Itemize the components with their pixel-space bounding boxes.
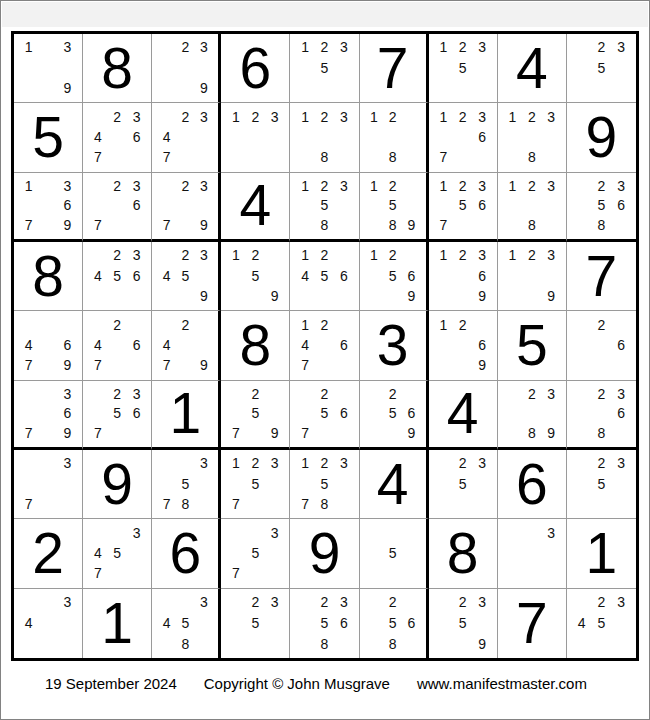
- pencil-mark-slot-2: 2: [246, 384, 265, 404]
- pencil-mark-slot-4: [295, 127, 314, 147]
- cell-r7c3[interactable]: 3578: [152, 450, 221, 519]
- pencil-mark-slot-4: [226, 543, 245, 563]
- cell-r2c8[interactable]: 1238: [498, 103, 567, 172]
- pencil-mark-slot-3: 3: [265, 522, 284, 542]
- pencil-mark-slot-8: [107, 563, 126, 583]
- cell-r8c6[interactable]: 5: [360, 519, 429, 588]
- pencil-mark-slot-1: [226, 592, 245, 613]
- pencil-mark-slot-2: 2: [315, 314, 334, 334]
- cell-r4c8[interactable]: 1239: [498, 242, 567, 311]
- cell-r1c9[interactable]: 235: [567, 34, 636, 103]
- pencil-mark-slot-9: [334, 78, 353, 98]
- pencil-mark-slot-2: [383, 522, 402, 542]
- pencil-mark-slot-8: [383, 286, 402, 306]
- pencil-mark-slot-7: [434, 633, 453, 654]
- cell-r6c2[interactable]: 23567: [83, 381, 152, 450]
- cell-r7c8[interactable]: 6: [498, 450, 567, 519]
- pencil-mark-slot-1: [157, 176, 176, 196]
- pencil-mark-slot-6: [265, 403, 284, 423]
- cell-r8c1[interactable]: 2: [14, 519, 83, 588]
- cell-r4c6[interactable]: 12569: [360, 242, 429, 311]
- pencil-mark-slot-9: 9: [195, 355, 214, 375]
- cell-r5c9[interactable]: 26: [567, 311, 636, 380]
- puzzle-page: 1398239612357123542355234672347123123812…: [0, 0, 650, 720]
- pencil-mark-slot-4: [434, 335, 453, 355]
- pencil-mark-slot-7: [434, 494, 453, 514]
- pencil-mark-slot-5: 5: [383, 403, 402, 423]
- cell-r8c5[interactable]: 9: [290, 519, 359, 588]
- pencil-mark-slot-9: [402, 633, 421, 654]
- pencil-mark-slot-7: 7: [157, 215, 176, 235]
- pencil-mark-slot-8: 8: [315, 494, 334, 514]
- cell-r6c8[interactable]: 2389: [498, 381, 567, 450]
- pencil-mark-slot-1: [434, 592, 453, 613]
- pencil-mark-slot-8: [38, 423, 57, 443]
- pencil-mark-slot-4: [572, 335, 592, 355]
- cell-r3c3[interactable]: 2379: [152, 173, 221, 242]
- pencil-mark-slot-9: [334, 633, 353, 654]
- pencil-mark-slot-8: [176, 355, 195, 375]
- pencil-mark-slot-6: [265, 265, 284, 285]
- pencil-mark-slot-4: [572, 195, 592, 215]
- pencil-mark-slot-2: 2: [453, 245, 472, 265]
- cell-r5c1[interactable]: 4679: [14, 311, 83, 380]
- cell-r2c7[interactable]: 12367: [429, 103, 498, 172]
- pencil-marks: 34: [14, 589, 82, 658]
- pencil-mark-slot-2: 2: [453, 106, 472, 126]
- pencil-mark-slot-7: [157, 78, 176, 98]
- cell-r1c6[interactable]: 7: [360, 34, 429, 103]
- cell-r9c2[interactable]: 1: [83, 589, 152, 658]
- pencil-mark-slot-7: 7: [19, 215, 38, 235]
- pencil-mark-slot-6: [402, 127, 421, 147]
- pencil-mark-slot-6: [334, 195, 353, 215]
- pencil-mark-slot-4: 4: [88, 127, 107, 147]
- pencil-mark-slot-3: 3: [58, 37, 77, 57]
- pencil-mark-slot-1: 1: [226, 453, 245, 473]
- pencil-mark-slot-2: 2: [107, 176, 126, 196]
- pencil-mark-slot-8: 8: [383, 147, 402, 167]
- cell-r5c8[interactable]: 5: [498, 311, 567, 380]
- cell-r3c7[interactable]: 123567: [429, 173, 498, 242]
- pencil-mark-slot-1: [572, 176, 592, 196]
- cell-r2c4[interactable]: 123: [221, 103, 290, 172]
- cell-r6c1[interactable]: 3679: [14, 381, 83, 450]
- pencil-mark-slot-1: 1: [434, 176, 453, 196]
- pencil-mark-slot-4: [88, 195, 107, 215]
- pencil-mark-slot-2: 2: [522, 176, 541, 196]
- pencil-mark-slot-4: [434, 473, 453, 493]
- big-digit: 9: [83, 450, 151, 518]
- pencil-mark-slot-4: 4: [295, 265, 314, 285]
- pencil-mark-slot-6: [611, 612, 631, 633]
- cell-r9c7[interactable]: 2359: [429, 589, 498, 658]
- pencil-mark-slot-2: [38, 592, 57, 613]
- pencil-mark-slot-4: [503, 265, 522, 285]
- cell-r3c2[interactable]: 2367: [83, 173, 152, 242]
- cell-r8c3[interactable]: 6: [152, 519, 221, 588]
- cell-r2c2[interactable]: 23467: [83, 103, 152, 172]
- pencil-marks: 2389: [498, 381, 566, 447]
- cell-r6c5[interactable]: 2567: [290, 381, 359, 450]
- pencil-mark-slot-1: 1: [434, 37, 453, 57]
- pencil-mark-slot-5: [453, 265, 472, 285]
- pencil-mark-slot-3: 3: [58, 453, 77, 473]
- pencil-mark-slot-6: [195, 473, 214, 493]
- cell-r9c3[interactable]: 3458: [152, 589, 221, 658]
- pencil-mark-slot-5: [315, 127, 334, 147]
- pencil-mark-slot-3: 3: [127, 106, 146, 126]
- cell-r6c6[interactable]: 2569: [360, 381, 429, 450]
- cell-r4c2[interactable]: 23456: [83, 242, 152, 311]
- pencil-mark-slot-4: [434, 57, 453, 77]
- cell-r2c1[interactable]: 5: [14, 103, 83, 172]
- cell-r3c5[interactable]: 12358: [290, 173, 359, 242]
- pencil-mark-slot-9: [611, 78, 631, 98]
- pencil-mark-slot-5: [38, 335, 57, 355]
- cell-r5c6[interactable]: 3: [360, 311, 429, 380]
- pencil-mark-slot-6: 6: [334, 612, 353, 633]
- pencil-mark-slot-1: [19, 314, 38, 334]
- pencil-mark-slot-7: [226, 147, 245, 167]
- pencil-mark-slot-9: [472, 215, 491, 235]
- pencil-marks: 1238: [498, 173, 566, 239]
- pencil-mark-slot-3: 3: [265, 106, 284, 126]
- cell-r8c8[interactable]: 3: [498, 519, 567, 588]
- pencil-mark-slot-2: 2: [592, 384, 612, 404]
- cell-r7c6[interactable]: 4: [360, 450, 429, 519]
- pencil-marks: 3: [498, 519, 566, 587]
- pencil-mark-slot-6: 6: [334, 265, 353, 285]
- pencil-mark-slot-3: [265, 384, 284, 404]
- pencil-mark-slot-9: [334, 355, 353, 375]
- pencil-mark-slot-3: 3: [542, 522, 561, 542]
- big-digit: 2: [14, 519, 82, 587]
- pencil-mark-slot-7: 7: [88, 147, 107, 167]
- pencil-mark-slot-3: 3: [542, 106, 561, 126]
- pencil-mark-slot-6: [195, 57, 214, 77]
- pencil-marks: 23568: [290, 589, 358, 658]
- cell-r2c5[interactable]: 1238: [290, 103, 359, 172]
- pencil-mark-slot-5: 5: [246, 403, 265, 423]
- pencil-marks: 1235: [429, 34, 497, 102]
- pencil-mark-slot-3: 3: [611, 176, 631, 196]
- pencil-mark-slot-6: [334, 473, 353, 493]
- pencil-mark-slot-7: 7: [88, 563, 107, 583]
- pencil-mark-slot-2: 2: [522, 384, 541, 404]
- pencil-mark-slot-9: 9: [472, 286, 491, 306]
- pencil-mark-slot-2: 2: [592, 592, 612, 613]
- pencil-mark-slot-2: [176, 453, 195, 473]
- pencil-mark-slot-9: [402, 147, 421, 167]
- pencil-mark-slot-5: [522, 127, 541, 147]
- pencil-mark-slot-4: [226, 265, 245, 285]
- pencil-mark-slot-9: 9: [402, 286, 421, 306]
- pencil-mark-slot-6: 6: [127, 195, 146, 215]
- pencil-mark-slot-7: 7: [19, 494, 38, 514]
- cell-r5c5[interactable]: 12467: [290, 311, 359, 380]
- pencil-mark-slot-1: [88, 106, 107, 126]
- pencil-mark-slot-7: [295, 215, 314, 235]
- pencil-mark-slot-1: [19, 384, 38, 404]
- pencil-mark-slot-2: [107, 522, 126, 542]
- pencil-mark-slot-1: [365, 384, 384, 404]
- cell-r8c7[interactable]: 8: [429, 519, 498, 588]
- pencil-mark-slot-5: [522, 195, 541, 215]
- pencil-mark-slot-2: 2: [522, 106, 541, 126]
- pencil-mark-slot-8: 8: [592, 215, 612, 235]
- pencil-mark-slot-6: 6: [127, 127, 146, 147]
- big-digit: 5: [14, 103, 82, 171]
- cell-r5c2[interactable]: 2467: [83, 311, 152, 380]
- pencil-mark-slot-5: 5: [453, 195, 472, 215]
- pencil-mark-slot-6: [472, 57, 491, 77]
- pencil-mark-slot-7: [503, 147, 522, 167]
- pencil-mark-slot-3: 3: [127, 384, 146, 404]
- pencil-mark-slot-4: [19, 473, 38, 493]
- pencil-mark-slot-4: [503, 543, 522, 563]
- header-band: [2, 2, 648, 27]
- pencil-mark-slot-1: [157, 106, 176, 126]
- pencil-mark-slot-5: 5: [315, 195, 334, 215]
- big-digit: 4: [498, 34, 566, 102]
- pencil-marks: 1239: [498, 242, 566, 310]
- cell-r4c1[interactable]: 8: [14, 242, 83, 311]
- pencil-mark-slot-4: [434, 265, 453, 285]
- pencil-mark-slot-9: [127, 563, 146, 583]
- pencil-mark-slot-8: 8: [176, 494, 195, 514]
- pencil-mark-slot-1: 1: [365, 245, 384, 265]
- cell-r9c9[interactable]: 2345: [567, 589, 636, 658]
- cell-r6c4[interactable]: 2579: [221, 381, 290, 450]
- pencil-mark-slot-4: [365, 543, 384, 563]
- pencil-mark-slot-6: 6: [472, 335, 491, 355]
- cell-r3c6[interactable]: 12589: [360, 173, 429, 242]
- pencil-mark-slot-7: [365, 563, 384, 583]
- pencil-mark-slot-9: [127, 286, 146, 306]
- pencil-mark-slot-2: [38, 453, 57, 473]
- cell-r1c1[interactable]: 139: [14, 34, 83, 103]
- pencil-mark-slot-8: [107, 423, 126, 443]
- pencil-mark-slot-9: [195, 494, 214, 514]
- pencil-marks: 3458: [152, 589, 218, 658]
- pencil-mark-slot-1: [157, 314, 176, 334]
- pencil-mark-slot-6: [542, 127, 561, 147]
- big-digit: 5: [498, 311, 566, 379]
- cell-r5c3[interactable]: 2479: [152, 311, 221, 380]
- pencil-mark-slot-3: [265, 245, 284, 265]
- cell-r4c9[interactable]: 7: [567, 242, 636, 311]
- pencil-mark-slot-7: [503, 215, 522, 235]
- cell-r9c8[interactable]: 7: [498, 589, 567, 658]
- cell-r7c1[interactable]: 37: [14, 450, 83, 519]
- cell-r3c9[interactable]: 23568: [567, 173, 636, 242]
- pencil-mark-slot-3: [402, 245, 421, 265]
- pencil-mark-slot-2: 2: [592, 314, 612, 334]
- cell-r3c4[interactable]: 4: [221, 173, 290, 242]
- cell-r9c5[interactable]: 23568: [290, 589, 359, 658]
- pencil-mark-slot-7: [434, 286, 453, 306]
- cell-r6c9[interactable]: 2368: [567, 381, 636, 450]
- pencil-mark-slot-4: 4: [88, 335, 107, 355]
- cell-r3c8[interactable]: 1238: [498, 173, 567, 242]
- cell-r5c4[interactable]: 8: [221, 311, 290, 380]
- pencil-mark-slot-3: 3: [542, 176, 561, 196]
- pencil-mark-slot-5: 5: [592, 612, 612, 633]
- pencil-mark-slot-7: 7: [88, 355, 107, 375]
- pencil-mark-slot-1: [157, 245, 176, 265]
- cell-r9c4[interactable]: 235: [221, 589, 290, 658]
- big-digit: 4: [360, 450, 426, 518]
- pencil-mark-slot-2: 2: [107, 314, 126, 334]
- pencil-mark-slot-6: 6: [611, 403, 631, 423]
- pencil-mark-slot-7: 7: [295, 494, 314, 514]
- pencil-mark-slot-5: [107, 127, 126, 147]
- pencil-mark-slot-4: [157, 57, 176, 77]
- pencil-marks: 12569: [360, 242, 426, 310]
- pencil-mark-slot-8: 8: [592, 423, 612, 443]
- big-digit: 9: [567, 103, 636, 171]
- pencil-mark-slot-9: 9: [58, 355, 77, 375]
- cell-r1c2[interactable]: 8: [83, 34, 152, 103]
- cell-r8c9[interactable]: 1: [567, 519, 636, 588]
- pencil-mark-slot-4: [295, 612, 314, 633]
- pencil-mark-slot-4: [365, 265, 384, 285]
- pencil-mark-slot-3: 3: [611, 453, 631, 473]
- pencil-mark-slot-3: [334, 314, 353, 334]
- pencil-mark-slot-9: 9: [195, 215, 214, 235]
- pencil-mark-slot-9: [334, 215, 353, 235]
- pencil-mark-slot-9: [611, 423, 631, 443]
- cell-r1c8[interactable]: 4: [498, 34, 567, 103]
- cell-r6c3[interactable]: 1: [152, 381, 221, 450]
- pencil-marks: 1269: [429, 311, 497, 379]
- pencil-mark-slot-2: 2: [315, 245, 334, 265]
- pencil-mark-slot-6: [402, 543, 421, 563]
- pencil-mark-slot-6: [58, 612, 77, 633]
- pencil-marks: 2367: [83, 173, 151, 239]
- pencil-mark-slot-6: [472, 473, 491, 493]
- pencil-mark-slot-5: 5: [246, 612, 265, 633]
- cell-r2c3[interactable]: 2347: [152, 103, 221, 172]
- pencil-mark-slot-2: 2: [246, 453, 265, 473]
- pencil-mark-slot-3: [402, 106, 421, 126]
- pencil-marks: 23467: [83, 103, 151, 171]
- pencil-mark-slot-8: [246, 563, 265, 583]
- cell-r4c4[interactable]: 1259: [221, 242, 290, 311]
- pencil-mark-slot-9: 9: [472, 355, 491, 375]
- pencil-mark-slot-4: [295, 195, 314, 215]
- cell-r2c9[interactable]: 9: [567, 103, 636, 172]
- pencil-mark-slot-2: [38, 37, 57, 57]
- pencil-mark-slot-8: 8: [315, 633, 334, 654]
- pencil-mark-slot-7: 7: [88, 215, 107, 235]
- cell-r7c7[interactable]: 235: [429, 450, 498, 519]
- pencil-mark-slot-6: [611, 57, 631, 77]
- pencil-mark-slot-3: [611, 314, 631, 334]
- pencil-mark-slot-2: 2: [383, 384, 402, 404]
- pencil-mark-slot-9: [334, 423, 353, 443]
- pencil-mark-slot-3: 3: [334, 37, 353, 57]
- pencil-mark-slot-9: [265, 633, 284, 654]
- pencil-mark-slot-3: [334, 245, 353, 265]
- pencil-mark-slot-5: 5: [246, 543, 265, 563]
- pencil-mark-slot-4: 4: [19, 612, 38, 633]
- pencil-mark-slot-7: [503, 286, 522, 306]
- pencil-mark-slot-2: [246, 522, 265, 542]
- pencil-mark-slot-6: 6: [127, 403, 146, 423]
- cell-r9c1[interactable]: 34: [14, 589, 83, 658]
- pencil-mark-slot-5: [246, 127, 265, 147]
- pencil-mark-slot-4: 4: [88, 543, 107, 563]
- cell-r1c7[interactable]: 1235: [429, 34, 498, 103]
- pencil-mark-slot-7: [572, 78, 592, 98]
- pencil-mark-slot-9: 9: [402, 215, 421, 235]
- cell-r4c7[interactable]: 12369: [429, 242, 498, 311]
- cell-r3c1[interactable]: 13679: [14, 173, 83, 242]
- pencil-mark-slot-7: [226, 633, 245, 654]
- pencil-mark-slot-1: 1: [365, 176, 384, 196]
- cell-r7c9[interactable]: 235: [567, 450, 636, 519]
- cell-r7c4[interactable]: 12357: [221, 450, 290, 519]
- pencil-marks: 12358: [290, 173, 358, 239]
- cell-r2c6[interactable]: 128: [360, 103, 429, 172]
- pencil-mark-slot-6: 6: [58, 403, 77, 423]
- pencil-mark-slot-9: 9: [265, 286, 284, 306]
- pencil-mark-slot-6: [611, 473, 631, 493]
- cell-r8c2[interactable]: 3457: [83, 519, 152, 588]
- cell-r7c5[interactable]: 123578: [290, 450, 359, 519]
- pencil-mark-slot-9: [265, 494, 284, 514]
- cell-r1c3[interactable]: 239: [152, 34, 221, 103]
- pencil-marks: 235: [567, 34, 636, 102]
- cell-r1c5[interactable]: 1235: [290, 34, 359, 103]
- pencil-mark-slot-3: 3: [472, 453, 491, 473]
- pencil-mark-slot-8: 8: [383, 215, 402, 235]
- pencil-mark-slot-8: [315, 78, 334, 98]
- pencil-marks: 4679: [14, 311, 82, 379]
- pencil-mark-slot-7: [19, 633, 38, 654]
- big-digit: 4: [429, 381, 497, 447]
- pencil-mark-slot-8: [246, 423, 265, 443]
- pencil-marks: 123578: [290, 450, 358, 518]
- pencil-mark-slot-3: 3: [472, 106, 491, 126]
- cell-r8c4[interactable]: 357: [221, 519, 290, 588]
- pencil-mark-slot-7: [226, 286, 245, 306]
- cell-r4c3[interactable]: 23459: [152, 242, 221, 311]
- cell-r9c6[interactable]: 2568: [360, 589, 429, 658]
- pencil-mark-slot-4: [434, 612, 453, 633]
- pencil-mark-slot-4: [572, 473, 592, 493]
- pencil-mark-slot-5: 5: [315, 265, 334, 285]
- pencil-marks: 123: [221, 103, 289, 171]
- cell-r6c7[interactable]: 4: [429, 381, 498, 450]
- pencil-mark-slot-8: [592, 355, 612, 375]
- pencil-mark-slot-5: 5: [315, 473, 334, 493]
- pencil-mark-slot-6: [334, 127, 353, 147]
- cell-r5c7[interactable]: 1269: [429, 311, 498, 380]
- pencil-mark-slot-4: [503, 403, 522, 423]
- pencil-mark-slot-1: 1: [434, 314, 453, 334]
- cell-r1c4[interactable]: 6: [221, 34, 290, 103]
- pencil-mark-slot-7: 7: [434, 215, 453, 235]
- pencil-mark-slot-4: [226, 612, 245, 633]
- pencil-mark-slot-5: 5: [453, 57, 472, 77]
- cell-r7c2[interactable]: 9: [83, 450, 152, 519]
- pencil-mark-slot-7: 7: [157, 355, 176, 375]
- pencil-mark-slot-8: [453, 355, 472, 375]
- cell-r4c5[interactable]: 12456: [290, 242, 359, 311]
